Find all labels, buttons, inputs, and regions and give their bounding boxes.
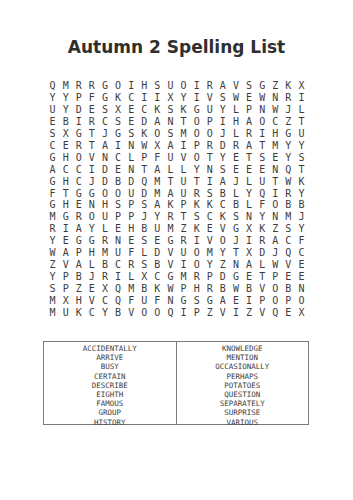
grid-cell-r10c14: B	[216, 187, 229, 199]
grid-cell-r19c9: F	[151, 294, 164, 306]
word-item: DESCRIBE	[44, 381, 176, 390]
grid-cell-r2c3: P	[72, 92, 85, 104]
grid-cell-r20c4: C	[85, 306, 98, 318]
grid-cell-r12c14: K	[216, 211, 229, 223]
grid-cell-r4c18: C	[269, 116, 282, 128]
grid-cell-r14c4: G	[85, 235, 98, 247]
grid-cell-r15c18: J	[269, 247, 282, 259]
grid-cell-r8c15: E	[229, 163, 242, 175]
grid-cell-r2c4: F	[85, 92, 98, 104]
grid-cell-r13c11: Z	[177, 223, 190, 235]
grid-cell-r12c9: Y	[151, 211, 164, 223]
grid-cell-r19c7: F	[125, 294, 138, 306]
grid-cell-r16c19: V	[282, 258, 295, 270]
grid-cell-r1c7: I	[125, 80, 138, 92]
grid-cell-r9c17: U	[256, 175, 269, 187]
word-item: PERHAPS	[177, 372, 309, 381]
grid-cell-r19c3: H	[72, 294, 85, 306]
grid-cell-r10c11: U	[177, 187, 190, 199]
word-list-left-column: ACCIDENTALLYARRIVEBUSYCERTAINDESCRIBEEIG…	[44, 342, 177, 424]
grid-cell-r1c15: V	[229, 80, 242, 92]
grid-cell-r1c4: R	[85, 80, 98, 92]
grid-cell-r20c1: M	[46, 306, 59, 318]
grid-cell-r2c17: W	[256, 92, 269, 104]
grid-cell-r1c11: O	[177, 80, 190, 92]
word-item: EIGHTH	[44, 390, 176, 399]
grid-cell-r14c1: Y	[46, 235, 59, 247]
grid-cell-r9c2: H	[59, 175, 72, 187]
grid-cell-r16c10: V	[164, 258, 177, 270]
grid-cell-r4c11: T	[177, 116, 190, 128]
grid-cell-r17c2: P	[59, 270, 72, 282]
grid-cell-r7c1: G	[46, 151, 59, 163]
grid-cell-r6c16: A	[243, 139, 256, 151]
grid-cell-r9c4: J	[85, 175, 98, 187]
grid-cell-r20c17: V	[256, 306, 269, 318]
grid-cell-r20c14: V	[216, 306, 229, 318]
grid-cell-r16c8: S	[138, 258, 151, 270]
grid-cell-r1c14: A	[216, 80, 229, 92]
grid-cell-r14c17: R	[256, 235, 269, 247]
grid-cell-r4c13: P	[203, 116, 216, 128]
grid-cell-r17c20: E	[295, 270, 308, 282]
grid-cell-r5c12: O	[190, 128, 203, 140]
grid-cell-r8c13: N	[203, 163, 216, 175]
grid-cell-r13c2: I	[59, 223, 72, 235]
grid-cell-r16c6: C	[112, 258, 125, 270]
grid-cell-r20c5: Y	[98, 306, 111, 318]
grid-cell-r16c16: A	[243, 258, 256, 270]
grid-cell-r4c5: C	[98, 116, 111, 128]
grid-cell-r16c9: B	[151, 258, 164, 270]
grid-cell-r6c19: Y	[282, 139, 295, 151]
grid-cell-r3c8: C	[138, 104, 151, 116]
grid-cell-r8c20: T	[295, 163, 308, 175]
grid-cell-r9c13: I	[203, 175, 216, 187]
grid-cell-r3c3: D	[72, 104, 85, 116]
grid-cell-r11c7: P	[125, 199, 138, 211]
grid-cell-r6c3: R	[72, 139, 85, 151]
grid-cell-r5c18: H	[269, 128, 282, 140]
grid-cell-r10c8: D	[138, 187, 151, 199]
grid-cell-r19c19: P	[282, 294, 295, 306]
grid-cell-r5c5: J	[98, 128, 111, 140]
grid-cell-r11c20: B	[295, 199, 308, 211]
grid-cell-r17c9: C	[151, 270, 164, 282]
grid-cell-r12c10: R	[164, 211, 177, 223]
grid-cell-r12c20: J	[295, 211, 308, 223]
grid-cell-r12c1: M	[46, 211, 59, 223]
grid-cell-r7c9: F	[151, 151, 164, 163]
grid-cell-r15c15: T	[229, 247, 242, 259]
grid-cell-r13c6: E	[112, 223, 125, 235]
grid-cell-r15c3: P	[72, 247, 85, 259]
grid-cell-r3c17: N	[256, 104, 269, 116]
grid-cell-r6c20: Y	[295, 139, 308, 151]
word-item: POTATOES	[177, 381, 309, 390]
grid-cell-r2c14: S	[216, 92, 229, 104]
grid-cell-r7c2: H	[59, 151, 72, 163]
grid-cell-r13c14: V	[216, 223, 229, 235]
grid-cell-r4c19: Z	[282, 116, 295, 128]
grid-cell-r10c17: Q	[256, 187, 269, 199]
grid-cell-r19c15: E	[229, 294, 242, 306]
grid-cell-r12c5: U	[98, 211, 111, 223]
grid-cell-r5c16: R	[243, 128, 256, 140]
grid-cell-r15c13: M	[203, 247, 216, 259]
grid-cell-r4c7: E	[125, 116, 138, 128]
grid-cell-r9c14: A	[216, 175, 229, 187]
grid-cell-r20c10: Q	[164, 306, 177, 318]
grid-cell-r16c15: N	[229, 258, 242, 270]
grid-cell-r14c6: N	[112, 235, 125, 247]
grid-cell-r18c9: K	[151, 282, 164, 294]
grid-cell-r14c13: V	[203, 235, 216, 247]
grid-cell-r10c6: O	[112, 187, 125, 199]
grid-cell-r15c7: F	[125, 247, 138, 259]
grid-cell-r1c8: H	[138, 80, 151, 92]
grid-cell-r17c12: R	[190, 270, 203, 282]
grid-cell-r9c11: U	[177, 175, 190, 187]
grid-cell-r14c10: G	[164, 235, 177, 247]
grid-cell-r11c3: E	[72, 199, 85, 211]
grid-cell-r19c12: S	[190, 294, 203, 306]
grid-cell-r4c12: O	[190, 116, 203, 128]
grid-cell-r11c8: S	[138, 199, 151, 211]
grid-cell-r13c9: U	[151, 223, 164, 235]
grid-cell-r9c12: T	[190, 175, 203, 187]
grid-cell-r10c10: A	[164, 187, 177, 199]
grid-cell-r8c10: L	[164, 163, 177, 175]
grid-cell-r9c7: D	[125, 175, 138, 187]
grid-cell-r15c2: A	[59, 247, 72, 259]
grid-cell-r17c19: E	[282, 270, 295, 282]
grid-cell-r8c7: N	[125, 163, 138, 175]
grid-cell-r3c14: Y	[216, 104, 229, 116]
grid-cell-r9c6: B	[112, 175, 125, 187]
grid-cell-r3c11: K	[177, 104, 190, 116]
grid-cell-r7c12: O	[190, 151, 203, 163]
grid-cell-r8c16: E	[243, 163, 256, 175]
grid-cell-r2c13: V	[203, 92, 216, 104]
grid-cell-r8c19: Q	[282, 163, 295, 175]
grid-cell-r2c18: N	[269, 92, 282, 104]
grid-cell-r17c15: G	[229, 270, 242, 282]
grid-cell-r9c15: J	[229, 175, 242, 187]
grid-cell-r7c20: S	[295, 151, 308, 163]
grid-cell-r6c2: E	[59, 139, 72, 151]
grid-cell-r2c10: X	[164, 92, 177, 104]
grid-cell-r11c15: B	[229, 199, 242, 211]
grid-cell-r15c4: H	[85, 247, 98, 259]
grid-cell-r3c5: S	[98, 104, 111, 116]
grid-cell-r15c12: O	[190, 247, 203, 259]
grid-cell-r5c8: K	[138, 128, 151, 140]
grid-cell-r7c10: U	[164, 151, 177, 163]
grid-cell-r16c14: Z	[216, 258, 229, 270]
grid-cell-r18c16: B	[243, 282, 256, 294]
word-list-right-column: KNOWLEDGEMENTIONOCCASIONALLYPERHAPSPOTAT…	[177, 342, 309, 424]
grid-cell-r18c7: M	[125, 282, 138, 294]
grid-cell-r4c9: A	[151, 116, 164, 128]
word-item: VARIOUS	[177, 418, 309, 427]
grid-cell-r18c14: B	[216, 282, 229, 294]
grid-cell-r14c2: E	[59, 235, 72, 247]
grid-cell-r12c7: P	[125, 211, 138, 223]
word-item: QUESTION	[177, 390, 309, 399]
grid-cell-r8c12: Y	[190, 163, 203, 175]
grid-cell-r4c16: A	[243, 116, 256, 128]
grid-cell-r4c17: O	[256, 116, 269, 128]
grid-cell-r7c8: P	[138, 151, 151, 163]
grid-cell-r15c11: U	[177, 247, 190, 259]
grid-cell-r20c18: Q	[269, 306, 282, 318]
grid-cell-r17c8: X	[138, 270, 151, 282]
grid-cell-r14c12: I	[190, 235, 203, 247]
grid-cell-r14c16: I	[243, 235, 256, 247]
grid-cell-r10c12: R	[190, 187, 203, 199]
grid-cell-r19c1: M	[46, 294, 59, 306]
grid-cell-r11c11: P	[177, 199, 190, 211]
word-item: FAMOUS	[44, 399, 176, 408]
grid-cell-r3c15: L	[229, 104, 242, 116]
grid-cell-r4c3: I	[72, 116, 85, 128]
grid-cell-r17c5: R	[98, 270, 111, 282]
grid-cell-r11c4: N	[85, 199, 98, 211]
grid-cell-r14c7: E	[125, 235, 138, 247]
grid-cell-r6c9: X	[151, 139, 164, 151]
worksheet-page: Autumn 2 Spelling List QMRRGOIHSUOIRAVSG…	[0, 0, 353, 500]
grid-cell-r18c12: H	[190, 282, 203, 294]
grid-cell-r9c3: C	[72, 175, 85, 187]
grid-cell-r1c2: M	[59, 80, 72, 92]
grid-cell-r4c10: N	[164, 116, 177, 128]
grid-cell-r9c10: T	[164, 175, 177, 187]
grid-cell-r7c7: L	[125, 151, 138, 163]
grid-cell-r16c3: A	[72, 258, 85, 270]
grid-cell-r2c9: I	[151, 92, 164, 104]
grid-cell-r5c14: J	[216, 128, 229, 140]
grid-cell-r3c12: G	[190, 104, 203, 116]
grid-cell-r1c18: Z	[269, 80, 282, 92]
grid-cell-r15c1: W	[46, 247, 59, 259]
grid-cell-r11c14: C	[216, 199, 229, 211]
grid-cell-r12c2: G	[59, 211, 72, 223]
grid-cell-r11c16: L	[243, 199, 256, 211]
grid-cell-r6c15: R	[229, 139, 242, 151]
grid-cell-r4c2: B	[59, 116, 72, 128]
grid-cell-r1c17: G	[256, 80, 269, 92]
grid-cell-r7c19: Y	[282, 151, 295, 163]
grid-cell-r15c16: X	[243, 247, 256, 259]
grid-cell-r19c14: A	[216, 294, 229, 306]
grid-cell-r20c20: X	[295, 306, 308, 318]
grid-cell-r2c19: R	[282, 92, 295, 104]
grid-cell-r4c6: S	[112, 116, 125, 128]
grid-cell-r14c5: R	[98, 235, 111, 247]
grid-cell-r7c18: E	[269, 151, 282, 163]
grid-cell-r16c7: R	[125, 258, 138, 270]
grid-cell-r11c2: H	[59, 199, 72, 211]
grid-cell-r6c11: I	[177, 139, 190, 151]
grid-cell-r10c9: M	[151, 187, 164, 199]
word-item: OCCASIONALLY	[177, 362, 309, 371]
grid-cell-r3c10: S	[164, 104, 177, 116]
grid-cell-r5c13: O	[203, 128, 216, 140]
word-item: ARRIVE	[44, 353, 176, 362]
page-title: Autumn 2 Spelling List	[0, 37, 353, 57]
grid-cell-r8c18: N	[269, 163, 282, 175]
grid-cell-r17c7: L	[125, 270, 138, 282]
grid-cell-r5c20: U	[295, 128, 308, 140]
grid-cell-r3c7: E	[125, 104, 138, 116]
grid-cell-r17c1: Y	[46, 270, 59, 282]
grid-cell-r5c10: S	[164, 128, 177, 140]
grid-cell-r16c20: E	[295, 258, 308, 270]
grid-cell-r1c20: X	[295, 80, 308, 92]
grid-cell-r20c9: O	[151, 306, 164, 318]
grid-cell-r15c17: D	[256, 247, 269, 259]
grid-cell-r17c18: P	[269, 270, 282, 282]
grid-cell-r19c13: G	[203, 294, 216, 306]
grid-cell-r8c6: E	[112, 163, 125, 175]
grid-cell-r17c10: G	[164, 270, 177, 282]
grid-cell-r7c6: C	[112, 151, 125, 163]
grid-cell-r15c6: U	[112, 247, 125, 259]
grid-cell-r7c14: Y	[216, 151, 229, 163]
grid-cell-r19c11: G	[177, 294, 190, 306]
grid-cell-r18c2: P	[59, 282, 72, 294]
grid-cell-r16c17: L	[256, 258, 269, 270]
grid-cell-r19c5: C	[98, 294, 111, 306]
grid-cell-r11c19: B	[282, 199, 295, 211]
grid-cell-r6c18: M	[269, 139, 282, 151]
grid-cell-r11c17: F	[256, 199, 269, 211]
word-item: KNOWLEDGE	[177, 344, 309, 353]
grid-cell-r4c15: H	[229, 116, 242, 128]
grid-cell-r15c5: M	[98, 247, 111, 259]
grid-cell-r20c13: Z	[203, 306, 216, 318]
grid-cell-r11c6: S	[112, 199, 125, 211]
grid-cell-r7c5: N	[98, 151, 111, 163]
grid-cell-r16c2: V	[59, 258, 72, 270]
grid-cell-r13c16: X	[243, 223, 256, 235]
grid-cell-r4c14: I	[216, 116, 229, 128]
grid-cell-r20c3: K	[72, 306, 85, 318]
grid-cell-r19c20: O	[295, 294, 308, 306]
grid-cell-r5c15: L	[229, 128, 242, 140]
grid-cell-r5c2: X	[59, 128, 72, 140]
grid-cell-r3c2: Y	[59, 104, 72, 116]
grid-cell-r18c8: B	[138, 282, 151, 294]
grid-cell-r11c12: K	[190, 199, 203, 211]
grid-cell-r3c20: L	[295, 104, 308, 116]
grid-cell-r11c18: O	[269, 199, 282, 211]
grid-cell-r18c10: W	[164, 282, 177, 294]
grid-cell-r5c6: G	[112, 128, 125, 140]
grid-cell-r5c4: T	[85, 128, 98, 140]
grid-cell-r10c20: Y	[295, 187, 308, 199]
grid-cell-r10c7: U	[125, 187, 138, 199]
grid-cell-r20c15: I	[229, 306, 242, 318]
grid-cell-r14c19: C	[282, 235, 295, 247]
grid-cell-r8c2: C	[59, 163, 72, 175]
grid-cell-r20c12: P	[190, 306, 203, 318]
grid-cell-r6c5: A	[98, 139, 111, 151]
grid-cell-r10c2: T	[59, 187, 72, 199]
grid-cell-r18c20: N	[295, 282, 308, 294]
grid-cell-r20c19: E	[282, 306, 295, 318]
grid-cell-r6c12: P	[190, 139, 203, 151]
grid-cell-r2c1: Y	[46, 92, 59, 104]
grid-cell-r3c4: E	[85, 104, 98, 116]
grid-cell-r11c5: H	[98, 199, 111, 211]
grid-cell-r14c15: J	[229, 235, 242, 247]
grid-cell-r12c18: N	[269, 211, 282, 223]
grid-cell-r5c9: O	[151, 128, 164, 140]
grid-cell-r12c3: R	[72, 211, 85, 223]
grid-cell-r14c18: A	[269, 235, 282, 247]
grid-cell-r17c4: J	[85, 270, 98, 282]
grid-cell-r14c14: O	[216, 235, 229, 247]
grid-cell-r15c14: Y	[216, 247, 229, 259]
grid-cell-r3c16: P	[243, 104, 256, 116]
grid-cell-r2c11: Y	[177, 92, 190, 104]
grid-cell-r12c17: Y	[256, 211, 269, 223]
grid-cell-r16c5: B	[98, 258, 111, 270]
grid-cell-r8c11: L	[177, 163, 190, 175]
grid-cell-r13c3: A	[72, 223, 85, 235]
grid-cell-r6c7: N	[125, 139, 138, 151]
grid-cell-r20c6: B	[112, 306, 125, 318]
grid-cell-r7c11: V	[177, 151, 190, 163]
grid-cell-r12c8: J	[138, 211, 151, 223]
grid-cell-r9c9: M	[151, 175, 164, 187]
grid-cell-r1c1: Q	[46, 80, 59, 92]
grid-cell-r13c5: L	[98, 223, 111, 235]
grid-cell-r20c2: U	[59, 306, 72, 318]
word-item: CERTAIN	[44, 372, 176, 381]
word-search-grid: QMRRGOIHSUOIRAVSGZKXYYPFGKCIIXYIVSWEWNRI…	[46, 80, 308, 318]
grid-cell-r7c13: T	[203, 151, 216, 163]
word-item: GROUP	[44, 408, 176, 417]
grid-cell-r20c7: V	[125, 306, 138, 318]
grid-cell-r8c8: T	[138, 163, 151, 175]
grid-cell-r13c4: Y	[85, 223, 98, 235]
grid-cell-r1c10: U	[164, 80, 177, 92]
grid-cell-r9c1: G	[46, 175, 59, 187]
word-item: MENTION	[177, 353, 309, 362]
grid-cell-r17c16: E	[243, 270, 256, 282]
word-item: HISTORY	[44, 418, 176, 427]
grid-cell-r13c7: H	[125, 223, 138, 235]
grid-cell-r18c3: Z	[72, 282, 85, 294]
grid-cell-r2c7: C	[125, 92, 138, 104]
grid-cell-r14c20: F	[295, 235, 308, 247]
grid-cell-r16c4: L	[85, 258, 98, 270]
grid-cell-r20c16: Z	[243, 306, 256, 318]
grid-cell-r5c11: M	[177, 128, 190, 140]
grid-cell-r11c9: A	[151, 199, 164, 211]
grid-cell-r17c6: I	[112, 270, 125, 282]
grid-cell-r3c1: U	[46, 104, 59, 116]
grid-cell-r15c10: V	[164, 247, 177, 259]
grid-cell-r6c8: W	[138, 139, 151, 151]
grid-cell-r10c15: L	[229, 187, 242, 199]
grid-cell-r5c3: G	[72, 128, 85, 140]
grid-cell-r12c15: S	[229, 211, 242, 223]
grid-cell-r10c3: G	[72, 187, 85, 199]
